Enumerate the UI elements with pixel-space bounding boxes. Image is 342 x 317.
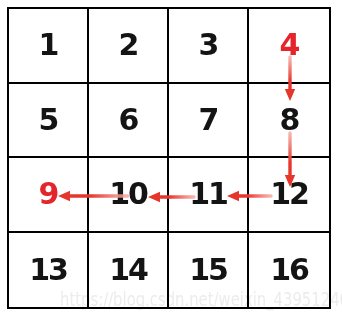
cell-number: 16 bbox=[270, 255, 308, 285]
cell-number: 10 bbox=[109, 179, 147, 209]
grid-cell-9: 9 bbox=[9, 158, 89, 233]
cell-number: 11 bbox=[189, 179, 227, 209]
grid-cell-12: 12 bbox=[249, 158, 329, 233]
cell-number: 7 bbox=[199, 105, 218, 135]
grid-cell-11: 11 bbox=[169, 158, 249, 233]
grid-cell-13: 13 bbox=[9, 233, 89, 308]
grid-cell-2: 2 bbox=[89, 9, 169, 84]
grid-cell-10: 10 bbox=[89, 158, 169, 233]
cell-number: 13 bbox=[29, 255, 67, 285]
cell-number: 3 bbox=[199, 30, 218, 60]
grid-cell-8: 8 bbox=[249, 84, 329, 159]
cell-number: 6 bbox=[119, 105, 138, 135]
grid-cell-14: 14 bbox=[89, 233, 169, 308]
grid-cell-4: 4 bbox=[249, 9, 329, 84]
cell-number: 4 bbox=[280, 30, 299, 60]
grid-cell-1: 1 bbox=[9, 9, 89, 84]
cell-number: 2 bbox=[119, 30, 138, 60]
cell-number: 9 bbox=[39, 179, 58, 209]
grid-cell-5: 5 bbox=[9, 84, 89, 159]
cell-number: 15 bbox=[189, 255, 227, 285]
number-grid: 12345678910111213141516 bbox=[7, 7, 331, 309]
cell-number: 8 bbox=[280, 105, 299, 135]
grid-cell-6: 6 bbox=[89, 84, 169, 159]
grid-cell-3: 3 bbox=[169, 9, 249, 84]
grid-cell-15: 15 bbox=[169, 233, 249, 308]
cell-number: 12 bbox=[270, 179, 308, 209]
cell-number: 14 bbox=[109, 255, 147, 285]
cell-number: 5 bbox=[39, 105, 58, 135]
grid-cell-16: 16 bbox=[249, 233, 329, 308]
grid-cell-7: 7 bbox=[169, 84, 249, 159]
cell-number: 1 bbox=[39, 30, 58, 60]
